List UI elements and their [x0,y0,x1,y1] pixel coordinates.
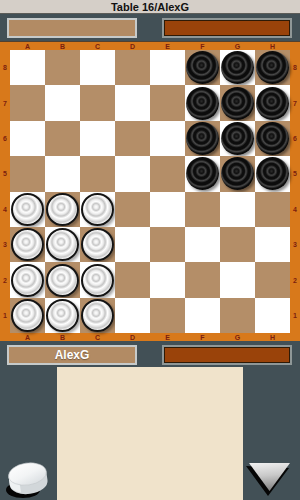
row-label-6-left: 6 [0,121,10,156]
top-left-player-bar [7,18,137,38]
square-d2[interactable] [115,262,150,297]
square-c3[interactable] [80,227,115,262]
message-panel [57,367,243,500]
top-right-player-bar [162,18,292,38]
square-h3[interactable] [255,227,290,262]
square-e2[interactable] [150,262,185,297]
piece-black-g6[interactable] [221,122,254,155]
square-a2[interactable] [10,262,45,297]
board-corner [0,42,10,50]
square-c2[interactable] [80,262,115,297]
col-label-C-bottom: C [80,333,115,341]
square-h5[interactable] [255,156,290,191]
square-e4[interactable] [150,192,185,227]
col-label-G-bottom: G [220,333,255,341]
col-label-E-top: E [150,42,185,50]
square-f1[interactable] [185,298,220,333]
board-corner [0,333,10,341]
square-d1[interactable] [115,298,150,333]
square-d3[interactable] [115,227,150,262]
piece-white-a3[interactable] [11,228,44,261]
square-f7[interactable] [185,85,220,120]
piece-black-h5[interactable] [256,157,289,190]
col-label-A-bottom: A [10,333,45,341]
bottom-left-player-label: AlexG [9,347,135,363]
row-label-2-left: 2 [0,262,10,297]
white-checker-piece-icon [3,458,53,500]
piece-white-b4[interactable] [46,193,79,226]
piece-black-f8[interactable] [186,51,219,84]
square-b7[interactable] [45,85,80,120]
piece-black-h6[interactable] [256,122,289,155]
square-g7[interactable] [220,85,255,120]
window-title: Table 16/AlexG [111,1,189,13]
square-a6[interactable] [10,121,45,156]
square-a8[interactable] [10,50,45,85]
square-b8[interactable] [45,50,80,85]
col-label-A-top: A [10,42,45,50]
piece-white-b3[interactable] [46,228,79,261]
col-label-E-bottom: E [150,333,185,341]
row-label-5-right: 5 [290,156,300,191]
col-label-B-top: B [45,42,80,50]
col-label-F-bottom: F [185,333,220,341]
square-c5[interactable] [80,156,115,191]
square-d4[interactable] [115,192,150,227]
square-h8[interactable] [255,50,290,85]
square-g5[interactable] [220,156,255,191]
piece-white-b2[interactable] [46,264,79,297]
square-g6[interactable] [220,121,255,156]
col-label-C-top: C [80,42,115,50]
row-label-1-right: 1 [290,298,300,333]
piece-black-f6[interactable] [186,122,219,155]
square-f6[interactable] [185,121,220,156]
row-label-6-right: 6 [290,121,300,156]
square-d5[interactable] [115,156,150,191]
col-label-D-top: D [115,42,150,50]
square-e7[interactable] [150,85,185,120]
square-g4[interactable] [220,192,255,227]
square-e8[interactable] [150,50,185,85]
square-c6[interactable] [80,121,115,156]
row-label-2-right: 2 [290,262,300,297]
title-bar: Table 16/AlexG [0,0,300,14]
square-h6[interactable] [255,121,290,156]
col-label-F-top: F [185,42,220,50]
square-a4[interactable] [10,192,45,227]
col-label-G-top: G [220,42,255,50]
row-label-1-left: 1 [0,298,10,333]
row-label-7-left: 7 [0,85,10,120]
row-label-3-left: 3 [0,227,10,262]
down-arrow-icon[interactable] [244,459,294,499]
square-h4[interactable] [255,192,290,227]
square-a5[interactable] [10,156,45,191]
piece-black-g8[interactable] [221,51,254,84]
piece-white-c1[interactable] [81,299,114,332]
square-h2[interactable] [255,262,290,297]
square-b2[interactable] [45,262,80,297]
square-f8[interactable] [185,50,220,85]
square-f2[interactable] [185,262,220,297]
col-label-H-bottom: H [255,333,290,341]
square-e6[interactable] [150,121,185,156]
square-b3[interactable] [45,227,80,262]
square-d7[interactable] [115,85,150,120]
square-b5[interactable] [45,156,80,191]
row-label-8-left: 8 [0,50,10,85]
row-label-5-left: 5 [0,156,10,191]
piece-white-c4[interactable] [81,193,114,226]
square-c7[interactable] [80,85,115,120]
checkers-board: ABCDEFGH8877665544332211ABCDEFGH [0,41,300,341]
bottom-left-player-bar: AlexG [7,345,137,365]
piece-black-f7[interactable] [186,87,219,120]
row-label-4-right: 4 [290,192,300,227]
piece-black-f5[interactable] [186,157,219,190]
row-label-3-right: 3 [290,227,300,262]
square-e1[interactable] [150,298,185,333]
square-h7[interactable] [255,85,290,120]
row-label-8-right: 8 [290,50,300,85]
piece-white-a2[interactable] [11,264,44,297]
piece-black-h7[interactable] [256,87,289,120]
square-f4[interactable] [185,192,220,227]
row-label-4-left: 4 [0,192,10,227]
piece-black-g7[interactable] [221,87,254,120]
square-g3[interactable] [220,227,255,262]
bottom-right-player-bar [162,345,292,365]
piece-black-h8[interactable] [256,51,289,84]
square-b1[interactable] [45,298,80,333]
piece-white-a1[interactable] [11,299,44,332]
col-label-D-bottom: D [115,333,150,341]
square-f5[interactable] [185,156,220,191]
row-label-7-right: 7 [290,85,300,120]
square-d6[interactable] [115,121,150,156]
board-corner [290,42,300,50]
square-c8[interactable] [80,50,115,85]
square-a3[interactable] [10,227,45,262]
square-a1[interactable] [10,298,45,333]
square-b4[interactable] [45,192,80,227]
square-d8[interactable] [115,50,150,85]
col-label-H-top: H [255,42,290,50]
square-e3[interactable] [150,227,185,262]
square-a7[interactable] [10,85,45,120]
square-g2[interactable] [220,262,255,297]
square-f3[interactable] [185,227,220,262]
square-g8[interactable] [220,50,255,85]
square-h1[interactable] [255,298,290,333]
game-window: Table 16/AlexG ABCDEFGH8877665544332211A… [0,0,300,500]
piece-white-a4[interactable] [11,193,44,226]
piece-white-c3[interactable] [81,228,114,261]
piece-white-b1[interactable] [46,299,79,332]
square-e5[interactable] [150,156,185,191]
square-g1[interactable] [220,298,255,333]
square-c4[interactable] [80,192,115,227]
piece-white-c2[interactable] [81,264,114,297]
square-c1[interactable] [80,298,115,333]
piece-black-g5[interactable] [221,157,254,190]
square-b6[interactable] [45,121,80,156]
board-corner [290,333,300,341]
col-label-B-bottom: B [45,333,80,341]
